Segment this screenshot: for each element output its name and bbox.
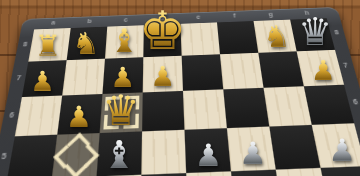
chess-game-screenshot: abcdefgh8877665544332211 ♜♞♝♚♞♛♟♟♟♟♟♛♝♟♟… <box>0 0 360 176</box>
rank-label-left-7: 7 <box>12 74 26 81</box>
square-f8[interactable] <box>217 21 258 54</box>
file-label-f: f <box>216 12 253 19</box>
square-e7[interactable] <box>182 54 224 91</box>
piece-black-rook-a8[interactable]: ♜ <box>30 31 66 61</box>
piece-black-knight-b8[interactable]: ♞ <box>68 28 105 59</box>
piece-white-pawn-h5[interactable]: ♟ <box>323 135 360 166</box>
piece-black-knight-g8[interactable]: ♞ <box>259 21 296 52</box>
piece-black-pawn-b6[interactable]: ♟ <box>61 103 96 132</box>
square-b5[interactable] <box>52 133 100 176</box>
piece-black-pawn-a7[interactable]: ♟ <box>26 68 59 96</box>
piece-black-king-d8[interactable]: ♚ <box>131 5 195 58</box>
piece-black-queen-c6-selected[interactable]: ♛ <box>96 90 147 132</box>
file-label-g: g <box>252 10 289 17</box>
rank-label-right-6: 6 <box>348 98 360 106</box>
piece-white-pawn-e5[interactable]: ♟ <box>190 140 227 171</box>
rank-label-left-5: 5 <box>0 152 12 161</box>
piece-black-pawn-d7[interactable]: ♟ <box>146 63 179 91</box>
square-a6[interactable] <box>15 96 62 137</box>
square-d6[interactable] <box>142 91 184 132</box>
file-label-a: a <box>35 19 72 26</box>
square-e6[interactable] <box>183 89 227 129</box>
file-label-b: b <box>71 17 108 24</box>
piece-black-pawn-h7[interactable]: ♟ <box>307 57 340 85</box>
piece-white-pawn-f5[interactable]: ♟ <box>234 138 271 169</box>
square-a5[interactable] <box>7 135 57 176</box>
square-f6[interactable] <box>223 88 269 128</box>
square-h6[interactable] <box>304 85 354 125</box>
square-f7[interactable] <box>220 53 264 90</box>
piece-white-queen-h8[interactable]: ♛ <box>292 13 338 51</box>
rank-label-right-7: 7 <box>338 62 353 69</box>
piece-white-bishop-c5[interactable]: ♝ <box>96 136 142 174</box>
rank-label-left-6: 6 <box>4 111 19 119</box>
square-d5[interactable] <box>141 130 186 175</box>
